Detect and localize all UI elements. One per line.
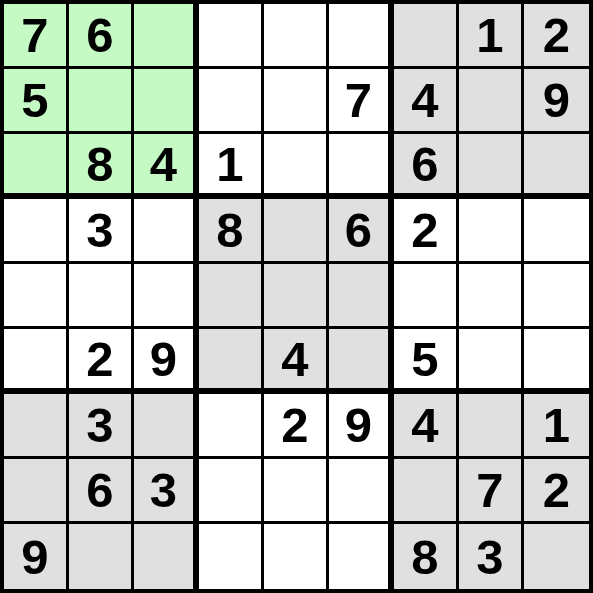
cell-r3c5[interactable]: [264, 134, 329, 199]
cell-r1c7[interactable]: [394, 4, 459, 69]
cell-r6c8[interactable]: [459, 329, 524, 394]
cell-r9c1[interactable]: 9: [4, 524, 69, 589]
cell-r8c4[interactable]: [199, 459, 264, 524]
cell-r8c1[interactable]: [4, 459, 69, 524]
cell-r2c2[interactable]: [69, 69, 134, 134]
cell-r3c6[interactable]: [329, 134, 394, 199]
cell-r4c7[interactable]: 2: [394, 199, 459, 264]
cell-r2c9[interactable]: 9: [524, 69, 589, 134]
cell-r6c4[interactable]: [199, 329, 264, 394]
cell-r3c4[interactable]: 1: [199, 134, 264, 199]
cell-r3c1[interactable]: [4, 134, 69, 199]
cell-r9c6[interactable]: [329, 524, 394, 589]
cell-r2c8[interactable]: [459, 69, 524, 134]
cell-r7c5[interactable]: 2: [264, 394, 329, 459]
cell-r7c9[interactable]: 1: [524, 394, 589, 459]
cell-r5c5[interactable]: [264, 264, 329, 329]
cell-r9c5[interactable]: [264, 524, 329, 589]
cell-r9c3[interactable]: [134, 524, 199, 589]
cell-r5c3[interactable]: [134, 264, 199, 329]
cell-r9c8[interactable]: 3: [459, 524, 524, 589]
cell-r9c2[interactable]: [69, 524, 134, 589]
cell-r2c3[interactable]: [134, 69, 199, 134]
cell-r1c5[interactable]: [264, 4, 329, 69]
cell-r3c7[interactable]: 6: [394, 134, 459, 199]
cell-r7c1[interactable]: [4, 394, 69, 459]
cell-r7c7[interactable]: 4: [394, 394, 459, 459]
cell-r6c3[interactable]: 9: [134, 329, 199, 394]
cell-r6c5[interactable]: 4: [264, 329, 329, 394]
cell-r4c6[interactable]: 6: [329, 199, 394, 264]
cell-r3c8[interactable]: [459, 134, 524, 199]
cell-r1c3[interactable]: [134, 4, 199, 69]
cell-r2c4[interactable]: [199, 69, 264, 134]
cell-r8c3[interactable]: 3: [134, 459, 199, 524]
cell-r6c2[interactable]: 2: [69, 329, 134, 394]
cell-r5c2[interactable]: [69, 264, 134, 329]
cell-r9c4[interactable]: [199, 524, 264, 589]
cell-r5c6[interactable]: [329, 264, 394, 329]
cell-r1c6[interactable]: [329, 4, 394, 69]
cell-r4c9[interactable]: [524, 199, 589, 264]
cell-r8c8[interactable]: 7: [459, 459, 524, 524]
cell-r6c9[interactable]: [524, 329, 589, 394]
cell-r5c4[interactable]: [199, 264, 264, 329]
cell-r1c2[interactable]: 6: [69, 4, 134, 69]
cell-r4c3[interactable]: [134, 199, 199, 264]
cell-r5c1[interactable]: [4, 264, 69, 329]
cell-r5c7[interactable]: [394, 264, 459, 329]
cell-r8c7[interactable]: [394, 459, 459, 524]
cell-r8c5[interactable]: [264, 459, 329, 524]
cell-r4c2[interactable]: 3: [69, 199, 134, 264]
cell-r7c8[interactable]: [459, 394, 524, 459]
cell-r4c8[interactable]: [459, 199, 524, 264]
cell-r5c8[interactable]: [459, 264, 524, 329]
cell-r6c1[interactable]: [4, 329, 69, 394]
cell-r1c1[interactable]: 7: [4, 4, 69, 69]
cell-r7c2[interactable]: 3: [69, 394, 134, 459]
cell-r4c5[interactable]: [264, 199, 329, 264]
cell-r2c7[interactable]: 4: [394, 69, 459, 134]
cell-r3c9[interactable]: [524, 134, 589, 199]
cell-r4c4[interactable]: 8: [199, 199, 264, 264]
cell-r6c7[interactable]: 5: [394, 329, 459, 394]
cell-r7c3[interactable]: [134, 394, 199, 459]
cell-r1c9[interactable]: 2: [524, 4, 589, 69]
sudoku-board: 76125749841638622945329416372983: [0, 0, 593, 593]
cell-r9c9[interactable]: [524, 524, 589, 589]
cell-r2c6[interactable]: 7: [329, 69, 394, 134]
cell-r2c1[interactable]: 5: [4, 69, 69, 134]
cell-r2c5[interactable]: [264, 69, 329, 134]
cell-r9c7[interactable]: 8: [394, 524, 459, 589]
cell-r8c6[interactable]: [329, 459, 394, 524]
cell-r6c6[interactable]: [329, 329, 394, 394]
cell-r7c6[interactable]: 9: [329, 394, 394, 459]
cell-r1c4[interactable]: [199, 4, 264, 69]
cell-r3c3[interactable]: 4: [134, 134, 199, 199]
cell-r7c4[interactable]: [199, 394, 264, 459]
cell-r8c2[interactable]: 6: [69, 459, 134, 524]
cell-r5c9[interactable]: [524, 264, 589, 329]
cell-r8c9[interactable]: 2: [524, 459, 589, 524]
cell-r1c8[interactable]: 1: [459, 4, 524, 69]
cell-r3c2[interactable]: 8: [69, 134, 134, 199]
cell-r4c1[interactable]: [4, 199, 69, 264]
